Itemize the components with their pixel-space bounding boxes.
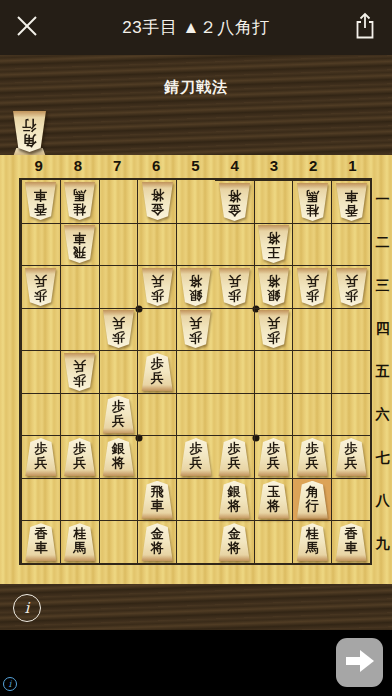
piece-face: 角行 [296,481,329,519]
piece-face: 金将 [141,182,174,220]
shogi-piece-gote: 香車 [24,182,57,220]
shogi-piece-sente: 歩兵 [179,438,212,476]
share-button[interactable] [350,12,380,44]
piece-face: 歩兵 [335,438,368,476]
board-cell: 銀将 [254,265,293,308]
shogi-piece-gote: 王将 [257,225,290,263]
shogi-piece-sente: 角行 [296,481,329,519]
piece-face: 歩兵 [102,396,135,434]
piece-face: 歩兵 [179,438,212,476]
hand-piece: 角行 [12,111,47,152]
file-label: 3 [254,156,293,175]
piece-face: 歩兵 [141,268,174,306]
shogi-piece-sente: 玉将 [257,481,290,519]
board-cell: 桂馬 [60,520,99,563]
shogi-piece-gote: 銀将 [257,268,290,306]
piece-face: 歩兵 [218,268,251,306]
file-label: 7 [97,156,136,175]
board-cell [99,265,138,308]
shogi-piece-gote: 桂馬 [63,182,96,220]
bottom-bar: i [0,630,392,696]
board-cell [331,350,370,393]
board-cell [99,180,138,223]
shogi-piece-gote: 歩兵 [102,310,135,348]
file-label: 6 [137,156,176,175]
board-cell: 銀将 [99,435,138,478]
piece-face: 歩兵 [24,438,57,476]
shogi-piece-gote: 歩兵 [179,310,212,348]
shogi-piece-sente: 香車 [335,523,368,561]
board-cell: 香車 [331,180,370,223]
piece-face: 歩兵 [102,310,135,348]
board-cell: 金将 [215,520,254,563]
piece-face: 桂馬 [63,182,96,220]
close-icon [16,15,38,41]
piece-face: 桂馬 [296,183,329,221]
next-move-button[interactable] [336,638,383,687]
shogi-piece-gote: 角行 [12,111,47,152]
board-cell [215,350,254,393]
board-cell [176,223,215,266]
shogi-piece-gote: 銀将 [179,268,212,306]
file-label: 1 [333,156,372,175]
board-cell [331,223,370,266]
rank-label: 一 [373,178,392,221]
board-cell [99,520,138,563]
board-cell [292,223,331,266]
shogi-piece-gote: 歩兵 [218,268,251,306]
piece-face: 王将 [257,225,290,263]
board-cell: 飛車 [137,478,176,521]
board-cell [137,308,176,351]
shogi-piece-sente: 飛車 [141,481,174,519]
rank-label: 三 [373,264,392,307]
board-cell [176,393,215,436]
board-cell: 桂馬 [292,520,331,563]
board-cell [176,180,215,223]
board-cell: 香車 [331,520,370,563]
piece-face: 角行 [12,111,47,152]
file-label: 2 [294,156,333,175]
board-cell [254,520,293,563]
board-cell: 歩兵 [331,435,370,478]
board-cell: 歩兵 [99,308,138,351]
piece-face: 銀将 [102,438,135,476]
piece-face: 香車 [335,523,368,561]
board-cell: 歩兵 [137,265,176,308]
rank-label: 七 [373,436,392,479]
strategy-name: 錆刀戦法 [0,78,392,97]
piece-face: 桂馬 [63,523,96,561]
rank-label: 九 [373,522,392,565]
board-cell [21,393,60,436]
shogi-piece-sente: 銀将 [218,481,251,519]
gote-hand-tray: 角行 [11,111,49,159]
arrow-right-icon [343,646,377,680]
board-cell [331,308,370,351]
shogi-piece-gote: 桂馬 [296,183,329,221]
board-cell [254,393,293,436]
ad-info-icon[interactable]: i [3,677,17,691]
shogi-piece-sente: 歩兵 [218,438,251,476]
board-cell: 桂馬 [292,180,331,223]
board-cell: 歩兵 [99,393,138,436]
piece-face: 歩兵 [335,268,368,306]
piece-face: 飛車 [63,225,96,263]
rank-label: 八 [373,479,392,522]
shogi-piece-sente: 金将 [218,523,251,561]
navbar: 23手目 ▲２八角打 [0,0,392,55]
shogi-piece-gote: 金将 [218,183,251,221]
piece-face: 歩兵 [296,438,329,476]
rank-label: 六 [373,393,392,436]
board-cell [331,393,370,436]
board-cell: 王将 [254,223,293,266]
board-cell [60,393,99,436]
shogi-piece-gote: 歩兵 [24,268,57,306]
board-surface: 987654321 香車桂馬金将金将桂馬香車飛車王将歩兵歩兵銀将歩兵銀将歩兵歩兵… [0,155,392,584]
page-title: 23手目 ▲２八角打 [122,16,269,39]
board-cell [137,223,176,266]
shogi-piece-sente: 香車 [24,523,57,561]
piece-face: 歩兵 [141,353,174,391]
rank-label: 二 [373,221,392,264]
shogi-piece-gote: 歩兵 [141,268,174,306]
lower-wood-band [0,584,392,630]
board-cell: 銀将 [215,478,254,521]
piece-face: 銀将 [218,481,251,519]
shogi-piece-gote: 飛車 [63,225,96,263]
shogi-piece-sente: 歩兵 [257,438,290,476]
board-cell [137,393,176,436]
piece-face: 銀将 [257,268,290,306]
piece-face: 飛車 [141,481,174,519]
board-cell: 金将 [137,180,176,223]
board-cell [254,180,293,223]
board-cell: 歩兵 [21,435,60,478]
board-cell [215,393,254,436]
board-cell [176,520,215,563]
piece-face: 銀将 [179,268,212,306]
board-cell [215,308,254,351]
file-label: 5 [176,156,215,175]
board-cell: 金将 [215,180,254,223]
board-cell [21,478,60,521]
board-cell: 銀将 [176,265,215,308]
piece-face: 歩兵 [24,268,57,306]
piece-face: 歩兵 [257,438,290,476]
board-cell [21,223,60,266]
piece-face: 金将 [141,523,174,561]
piece-face: 歩兵 [257,310,290,348]
board-cell: 香車 [21,520,60,563]
piece-face: 歩兵 [63,438,96,476]
board-cell [99,478,138,521]
piece-face: 香車 [335,183,368,221]
shogi-piece-sente: 銀将 [102,438,135,476]
board-cell: 歩兵 [176,435,215,478]
board-cell [176,350,215,393]
piece-face: 金将 [218,523,251,561]
board-cell: 香車 [21,180,60,223]
file-label: 9 [19,156,58,175]
board-cell [21,350,60,393]
shogi-piece-sente: 歩兵 [141,353,174,391]
board-cell: 飛車 [60,223,99,266]
shogi-piece-gote: 歩兵 [257,310,290,348]
close-button[interactable] [12,13,42,43]
shogi-piece-sente: 歩兵 [63,438,96,476]
board-cell: 歩兵 [331,265,370,308]
file-label: 4 [215,156,254,175]
shogi-piece-gote: 歩兵 [296,268,329,306]
file-labels: 987654321 [19,156,372,175]
piece-face: 金将 [218,183,251,221]
shogi-piece-gote: 香車 [335,183,368,221]
shogi-piece-gote: 歩兵 [63,353,96,391]
board-cell [176,478,215,521]
shogi-piece-sente: 桂馬 [63,523,96,561]
board-cell: 桂馬 [60,180,99,223]
shogi-piece-sente: 金将 [141,523,174,561]
piece-face: 歩兵 [296,268,329,306]
board-cell [60,478,99,521]
shogi-piece-sente: 歩兵 [102,396,135,434]
board-cell: 歩兵 [292,435,331,478]
info-icon: i [25,601,30,616]
shogi-piece-gote: 金将 [141,182,174,220]
board-cell [21,308,60,351]
board-cell [215,223,254,266]
piece-face: 香車 [24,182,57,220]
piece-face: 歩兵 [179,310,212,348]
info-button[interactable]: i [13,594,41,622]
shogi-piece-sente: 歩兵 [24,438,57,476]
board-cell: 玉将 [254,478,293,521]
shogi-piece-sente: 桂馬 [296,523,329,561]
board-cell [137,435,176,478]
board-cell [99,350,138,393]
shogi-piece-gote: 歩兵 [335,268,368,306]
piece-face: 香車 [24,523,57,561]
board-cell [331,478,370,521]
shogi-piece-sente: 歩兵 [296,438,329,476]
board-cell: 金将 [137,520,176,563]
board-cell [292,393,331,436]
rank-labels: 一二三四五六七八九 [373,178,392,565]
board-cell: 歩兵 [254,308,293,351]
shogi-piece-sente: 歩兵 [335,438,368,476]
board-cell: 歩兵 [176,308,215,351]
board-cell: 歩兵 [137,350,176,393]
piece-face: 歩兵 [218,438,251,476]
board-cell: 歩兵 [60,435,99,478]
piece-face: 歩兵 [63,353,96,391]
piece-face: 玉将 [257,481,290,519]
board-cell [254,350,293,393]
board-cell [292,308,331,351]
board-cell [292,350,331,393]
board-cell [60,308,99,351]
board-cell: 歩兵 [292,265,331,308]
board-cell [60,265,99,308]
share-icon [353,12,377,44]
file-label: 8 [58,156,97,175]
rank-label: 四 [373,307,392,350]
board-cell: 歩兵 [215,265,254,308]
piece-face: 桂馬 [296,523,329,561]
upper-wood-band [0,55,392,155]
rank-label: 五 [373,350,392,393]
board-cell: 角行 [292,478,331,521]
board-grid: 香車桂馬金将金将桂馬香車飛車王将歩兵歩兵銀将歩兵銀将歩兵歩兵歩兵歩兵歩兵歩兵歩兵… [19,178,372,565]
board-cell: 歩兵 [60,350,99,393]
board-cell: 歩兵 [21,265,60,308]
board-cell: 歩兵 [254,435,293,478]
board-cell: 歩兵 [215,435,254,478]
board-cell [99,223,138,266]
